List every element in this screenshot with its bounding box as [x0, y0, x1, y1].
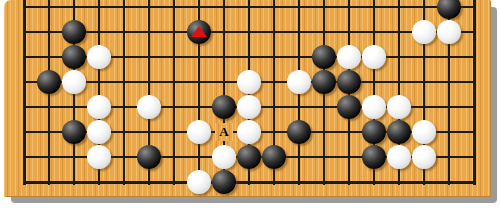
point-label-A[interactable]: A [215, 123, 233, 141]
grid-line-horizontal [23, 31, 476, 33]
stone-black-J1[interactable] [212, 170, 236, 194]
stone-white-R3[interactable] [412, 120, 436, 144]
stone-black-L2[interactable] [262, 145, 286, 169]
stone-black-J4[interactable] [212, 95, 236, 119]
stone-white-K5[interactable] [237, 70, 261, 94]
stone-black-S8[interactable] [437, 0, 461, 19]
stone-black-O4[interactable] [337, 95, 361, 119]
stone-white-D3[interactable] [87, 120, 111, 144]
stone-white-S7[interactable] [437, 20, 461, 44]
stone-black-N5[interactable] [312, 70, 336, 94]
grid-line-horizontal [23, 181, 476, 184]
stone-white-D4[interactable] [87, 95, 111, 119]
stone-black-C6[interactable] [62, 45, 86, 69]
stone-white-Q4[interactable] [387, 95, 411, 119]
stone-white-D6[interactable] [87, 45, 111, 69]
stone-black-Q3[interactable] [387, 120, 411, 144]
stone-black-C3[interactable] [62, 120, 86, 144]
stone-white-P6[interactable] [362, 45, 386, 69]
stone-black-O5[interactable] [337, 70, 361, 94]
stone-white-J2[interactable] [212, 145, 236, 169]
stone-black-F2[interactable] [137, 145, 161, 169]
stone-white-H1[interactable] [187, 170, 211, 194]
stone-black-P2[interactable] [362, 145, 386, 169]
stone-white-P4[interactable] [362, 95, 386, 119]
stone-white-D2[interactable] [87, 145, 111, 169]
stone-black-K2[interactable] [237, 145, 261, 169]
stone-white-H3[interactable] [187, 120, 211, 144]
stone-black-M3[interactable] [287, 120, 311, 144]
triangle-marker-icon [191, 26, 207, 37]
stone-white-K3[interactable] [237, 120, 261, 144]
grid-line-horizontal [23, 6, 476, 8]
stone-black-C7[interactable] [62, 20, 86, 44]
stone-black-P3[interactable] [362, 120, 386, 144]
stone-white-Q2[interactable] [387, 145, 411, 169]
stone-white-R2[interactable] [412, 145, 436, 169]
stone-black-H7[interactable] [187, 20, 211, 44]
stone-black-N6[interactable] [312, 45, 336, 69]
stone-black-B5[interactable] [37, 70, 61, 94]
stone-white-F4[interactable] [137, 95, 161, 119]
go-diagram: A [0, 0, 500, 210]
stone-white-C5[interactable] [62, 70, 86, 94]
stone-white-K4[interactable] [237, 95, 261, 119]
stone-white-M5[interactable] [287, 70, 311, 94]
stone-white-O6[interactable] [337, 45, 361, 69]
stone-white-R7[interactable] [412, 20, 436, 44]
go-board[interactable]: A [4, 0, 491, 197]
